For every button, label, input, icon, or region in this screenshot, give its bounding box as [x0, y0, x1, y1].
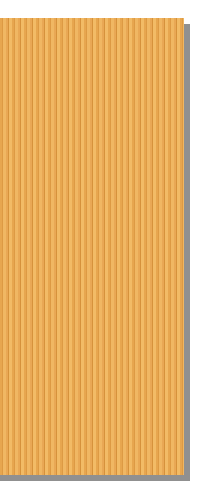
board-shadow-right [184, 24, 190, 481]
board-shadow-bottom [0, 475, 190, 481]
go-diagram [0, 0, 212, 500]
go-board-surface[interactable] [0, 18, 184, 475]
